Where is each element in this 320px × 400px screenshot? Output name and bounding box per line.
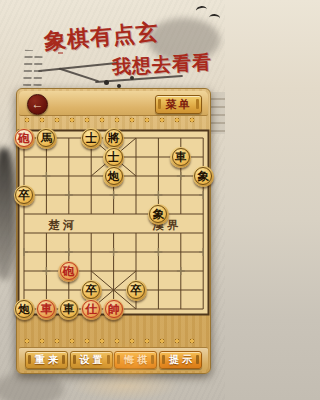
piece-red-砲[interactable]: 砲: [14, 128, 35, 149]
side-calligraphy-smudge: [33, 56, 42, 86]
ink-edge-left: [0, 148, 15, 280]
piece-black-炮[interactable]: 炮: [103, 166, 124, 187]
stud-row-bottom: [24, 338, 203, 344]
calligraphy-line-1: 象棋有点玄: [43, 17, 160, 57]
bottom-glow: [70, 372, 180, 400]
xiangqi-board[interactable]: 楚河漢界 砲馬士將士車炮象卒象砲卒卒炮車車仕帥: [17, 125, 210, 317]
footer-bar: 重来 设置 悔棋 提示: [19, 347, 208, 371]
game-panel: ← 菜单 楚河漢界 砲馬士將士車炮象卒象砲卒卒炮車車仕帥 重来 设置 悔棋 提示: [16, 88, 211, 374]
hint-button[interactable]: 提示: [159, 351, 202, 369]
piece-red-車[interactable]: 車: [36, 299, 57, 320]
piece-black-馬[interactable]: 馬: [36, 128, 57, 149]
stud-row-top: [24, 117, 203, 123]
settings-button[interactable]: 设置: [70, 351, 113, 369]
piece-black-卒[interactable]: 卒: [126, 280, 147, 301]
plum-branch: [38, 62, 118, 72]
piece-black-卒[interactable]: 卒: [81, 280, 102, 301]
piece-black-士[interactable]: 士: [81, 128, 102, 149]
back-arrow-icon: ←: [32, 97, 44, 111]
piece-red-帥[interactable]: 帥: [103, 299, 124, 320]
bird-icon: [209, 14, 221, 23]
piece-black-象[interactable]: 象: [193, 166, 214, 187]
app-screen: { "game": "Chinese Chess (Xiangqi)", "po…: [0, 0, 225, 400]
piece-black-將[interactable]: 將: [103, 128, 124, 149]
piece-black-象[interactable]: 象: [148, 204, 169, 225]
header-bar: ← 菜单: [19, 91, 208, 116]
piece-black-炮[interactable]: 炮: [14, 299, 35, 320]
page-slats: [209, 92, 225, 134]
back-button[interactable]: ←: [27, 94, 48, 115]
piece-black-車[interactable]: 車: [58, 299, 79, 320]
undo-button[interactable]: 悔棋: [114, 351, 157, 369]
piece-red-仕[interactable]: 仕: [81, 299, 102, 320]
bird-icon: [195, 5, 207, 14]
piece-black-車[interactable]: 車: [170, 147, 191, 168]
restart-button[interactable]: 重来: [25, 351, 68, 369]
blossom-dot: [104, 80, 109, 85]
river-label-left: 楚河: [48, 219, 78, 231]
plum-branch: [59, 68, 99, 82]
menu-button[interactable]: 菜单: [155, 95, 202, 114]
piece-black-士[interactable]: 士: [103, 147, 124, 168]
piece-black-卒[interactable]: 卒: [14, 185, 35, 206]
ink-wash-bottom: [0, 372, 64, 400]
side-calligraphy-smudge: [23, 50, 33, 86]
calligraphy-line-2: 我想去看看: [111, 49, 212, 80]
piece-red-砲[interactable]: 砲: [58, 261, 79, 282]
